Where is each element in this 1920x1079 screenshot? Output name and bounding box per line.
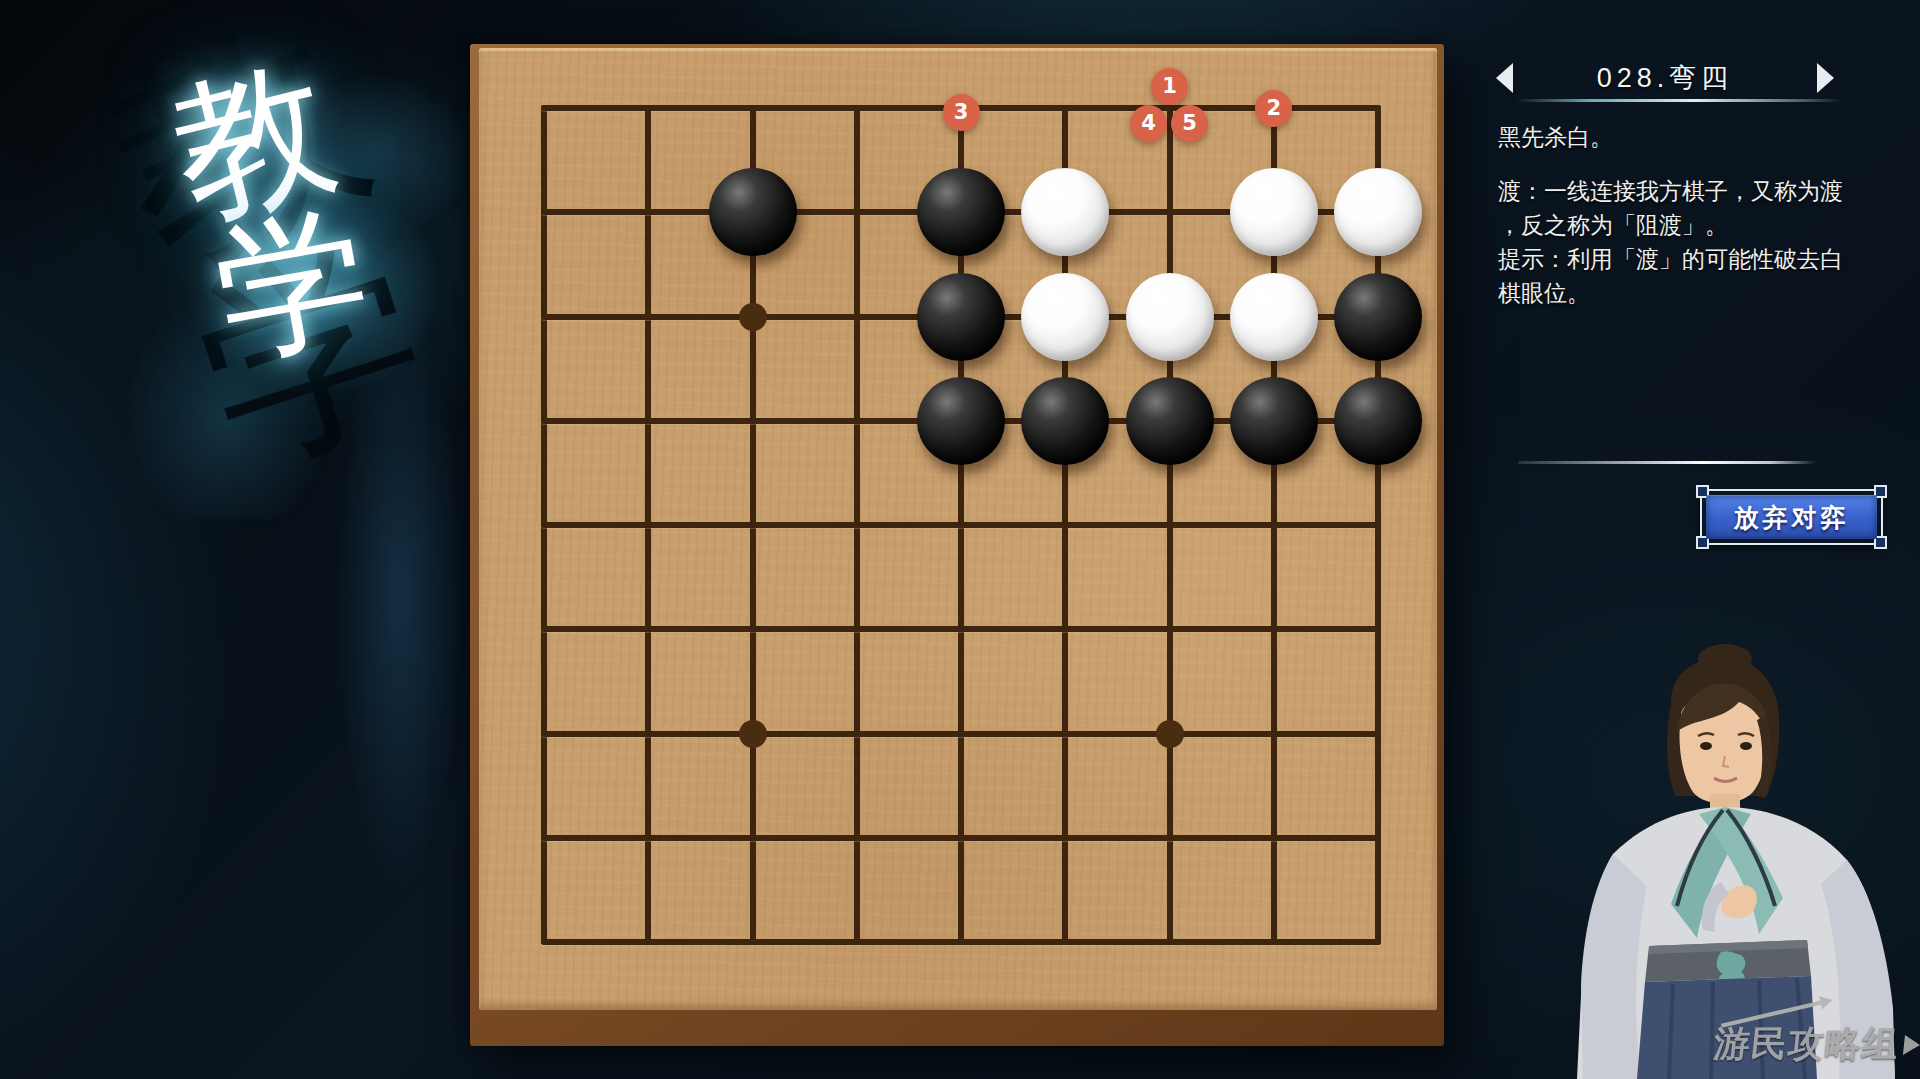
- calligraphy-char-teach: 教: [153, 22, 354, 262]
- watermark-play-icon: [1903, 1035, 1920, 1055]
- move-badge-5: 5: [1171, 105, 1208, 142]
- white-stone: [1126, 273, 1214, 361]
- move-badge-2: 2: [1255, 90, 1292, 127]
- tutorial-line: 渡：一线连接我方棋子，又称为渡: [1498, 174, 1920, 208]
- board-grid-layer: 12345: [470, 44, 1444, 1046]
- tutorial-line: [1498, 154, 1920, 174]
- white-stone: [1230, 168, 1318, 256]
- black-stone: [709, 168, 797, 256]
- section-divider: [1518, 461, 1816, 464]
- move-badge-4: 4: [1130, 105, 1167, 142]
- puzzle-header: 028.弯四: [1496, 58, 1834, 98]
- teal-smoke-background: [60, 0, 480, 520]
- grid-line-vertical: [1167, 105, 1173, 945]
- prev-puzzle-button[interactable]: [1496, 63, 1513, 93]
- black-stone: [1021, 377, 1109, 465]
- black-stone: [1334, 273, 1422, 361]
- black-stone: [1126, 377, 1214, 465]
- black-stone: [1230, 377, 1318, 465]
- white-stone: [1021, 273, 1109, 361]
- tutorial-line: 黑先杀白。: [1498, 120, 1920, 154]
- star-point: [1156, 720, 1184, 748]
- white-stone: [1021, 168, 1109, 256]
- character-illustration: [1553, 644, 1920, 1079]
- ink-shadow-char: 学: [165, 184, 459, 526]
- grid-line-horizontal: [541, 522, 1381, 528]
- tutorial-line: 提示：利用「渡」的可能性破去白: [1498, 242, 1920, 276]
- next-puzzle-button[interactable]: [1817, 63, 1834, 93]
- white-stone: [1230, 273, 1318, 361]
- resign-button-label: 放弃对弈: [1734, 501, 1850, 534]
- resign-button[interactable]: 放弃对弈: [1700, 489, 1883, 545]
- puzzle-title: 028.弯四: [1597, 60, 1734, 96]
- black-stone: [1334, 377, 1422, 465]
- tutorial-text: 黑先杀白。渡：一线连接我方棋子，又称为渡，反之称为「阻渡」。提示：利用「渡」的可…: [1498, 120, 1920, 310]
- ink-shadow-char: 教: [66, 0, 410, 336]
- grid-line-horizontal: [541, 835, 1381, 841]
- calligraphy-char-learn: 学: [202, 175, 385, 400]
- star-point: [739, 720, 767, 748]
- star-point: [739, 303, 767, 331]
- tutorial-line: ，反之称为「阻渡」。: [1498, 208, 1920, 242]
- black-stone: [917, 273, 1005, 361]
- black-stone: [917, 168, 1005, 256]
- title-underline: [1516, 99, 1842, 102]
- watermark: 游民攻略组: [1714, 1020, 1920, 1069]
- resign-button-face: 放弃对弈: [1706, 495, 1877, 539]
- black-stone: [917, 377, 1005, 465]
- grid-line-horizontal: [541, 939, 1381, 945]
- move-badge-1: 1: [1151, 68, 1188, 105]
- watermark-text: 游民攻略组: [1711, 1020, 1901, 1069]
- grid-line-horizontal: [541, 626, 1381, 632]
- white-stone: [1334, 168, 1422, 256]
- grid-line-horizontal: [541, 731, 1381, 737]
- tutorial-line: 棋眼位。: [1498, 276, 1920, 310]
- move-badge-3: 3: [943, 94, 980, 131]
- hair-bun: [1698, 644, 1752, 674]
